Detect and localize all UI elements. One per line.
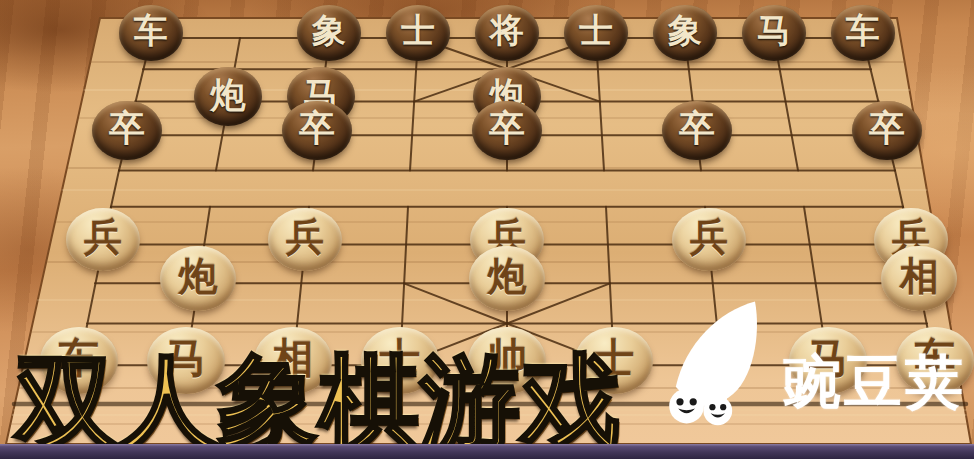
watermark: 豌豆荚 bbox=[659, 300, 966, 428]
piece-炮-red[interactable]: 炮 bbox=[469, 246, 544, 311]
piece-label: 兵 bbox=[84, 218, 122, 256]
piece-卒-black[interactable]: 卒 bbox=[662, 101, 731, 161]
piece-兵-red[interactable]: 兵 bbox=[672, 208, 746, 271]
piece-卒-black[interactable]: 卒 bbox=[282, 101, 351, 161]
piece-label: 士 bbox=[401, 14, 435, 48]
piece-兵-red[interactable]: 兵 bbox=[66, 208, 140, 271]
piece-士-black[interactable]: 士 bbox=[386, 5, 451, 61]
piece-label: 士 bbox=[579, 14, 613, 48]
piece-象-black[interactable]: 象 bbox=[653, 5, 718, 61]
piece-卒-black[interactable]: 卒 bbox=[472, 101, 541, 161]
piece-label: 卒 bbox=[869, 110, 905, 146]
piece-label: 车 bbox=[134, 14, 168, 48]
piece-士-black[interactable]: 士 bbox=[564, 5, 629, 61]
wandoujia-pod-icon bbox=[659, 300, 779, 428]
piece-象-black[interactable]: 象 bbox=[297, 5, 362, 61]
piece-label: 象 bbox=[668, 14, 702, 48]
game-screen: 车象士将士象马车炮马炮卒卒卒卒卒兵兵兵兵兵炮炮相车马相士帅士马车 双人象棋游戏 … bbox=[0, 0, 974, 459]
piece-label: 卒 bbox=[109, 110, 145, 146]
piece-label: 卒 bbox=[679, 110, 715, 146]
piece-将-black[interactable]: 将 bbox=[475, 5, 540, 61]
piece-卒-black[interactable]: 卒 bbox=[852, 101, 921, 161]
piece-兵-red[interactable]: 兵 bbox=[268, 208, 342, 271]
piece-车-black[interactable]: 车 bbox=[119, 5, 184, 61]
piece-label: 炮 bbox=[210, 77, 245, 112]
piece-label: 相 bbox=[899, 256, 938, 295]
piece-label: 兵 bbox=[286, 218, 324, 256]
piece-label: 马 bbox=[757, 14, 791, 48]
piece-label: 将 bbox=[490, 14, 524, 48]
piece-车-black[interactable]: 车 bbox=[831, 5, 896, 61]
piece-label: 兵 bbox=[690, 218, 728, 256]
piece-label: 炮 bbox=[487, 256, 526, 295]
piece-label: 象 bbox=[312, 14, 346, 48]
watermark-text: 豌豆荚 bbox=[783, 344, 966, 422]
piece-label: 车 bbox=[846, 14, 880, 48]
piece-马-black[interactable]: 马 bbox=[742, 5, 807, 61]
piece-卒-black[interactable]: 卒 bbox=[92, 101, 161, 161]
bottom-edge-strip bbox=[0, 444, 974, 459]
game-title: 双人象棋游戏 bbox=[16, 335, 622, 459]
piece-label: 卒 bbox=[489, 110, 525, 146]
piece-炮-red[interactable]: 炮 bbox=[160, 246, 235, 311]
piece-炮-black[interactable]: 炮 bbox=[194, 67, 262, 125]
piece-label: 炮 bbox=[178, 256, 217, 295]
piece-label: 卒 bbox=[299, 110, 335, 146]
